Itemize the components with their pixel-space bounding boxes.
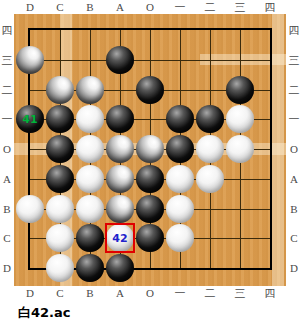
go-problem-viewer: DCBAO一二三四 四三二一OABCD 四三二一OABCD DCBAO一二三四 … [0, 0, 301, 329]
stone-white[interactable] [226, 135, 254, 163]
coordinate-label: 一 [287, 112, 301, 126]
stone-white[interactable] [196, 135, 224, 163]
stone-white[interactable] [106, 195, 134, 223]
coordinate-label: A [110, 0, 130, 14]
coordinate-label: 二 [200, 0, 220, 14]
coordinate-label: 一 [170, 0, 190, 14]
top-coordinate-strip: DCBAO一二三四 [14, 0, 286, 14]
stone-white[interactable] [166, 165, 194, 193]
last-move-marker [105, 223, 135, 253]
stone-white[interactable] [16, 46, 44, 74]
coordinate-label: B [287, 202, 301, 216]
coordinate-label: A [110, 286, 130, 300]
coordinate-label: 三 [230, 0, 250, 14]
stone-white[interactable] [136, 135, 164, 163]
coordinate-label: O [287, 142, 301, 156]
coordinate-label: B [80, 0, 100, 14]
stone-white[interactable] [76, 195, 104, 223]
bottom-coordinate-strip: DCBAO一二三四 [14, 286, 286, 300]
coordinate-label: 三 [287, 53, 301, 67]
stone-black[interactable] [136, 76, 164, 104]
go-board[interactable]: 4142 [14, 14, 286, 286]
coordinate-label: C [287, 231, 301, 245]
stone-white[interactable] [46, 195, 74, 223]
stone-white[interactable] [46, 254, 74, 282]
coordinate-label: 二 [200, 286, 220, 300]
coordinate-label: 三 [230, 286, 250, 300]
stone-white[interactable] [46, 76, 74, 104]
coordinate-label: 一 [170, 286, 190, 300]
coordinate-label: 四 [0, 23, 14, 37]
move-number-label: 41 [22, 114, 37, 125]
coordinate-label: 四 [260, 286, 280, 300]
stone-black[interactable] [106, 46, 134, 74]
stone-white[interactable] [106, 135, 134, 163]
wood-sheen-vertical [272, 14, 284, 286]
coordinate-label: 二 [0, 83, 14, 97]
coordinate-label: O [0, 142, 14, 156]
coordinate-label: C [0, 231, 14, 245]
coordinate-label: D [20, 286, 40, 300]
coordinate-label: A [0, 172, 14, 186]
coordinate-label: C [50, 0, 70, 14]
stone-black[interactable] [106, 254, 134, 282]
stone-black[interactable] [166, 135, 194, 163]
coordinate-label: 四 [287, 23, 301, 37]
stone-white[interactable] [106, 165, 134, 193]
move-caption: 白42.ac [18, 304, 71, 322]
stone-black[interactable] [136, 195, 164, 223]
stone-white[interactable] [196, 165, 224, 193]
left-coordinate-strip: 四三二一OABCD [0, 14, 14, 286]
coordinate-label: 二 [287, 83, 301, 97]
stone-black[interactable] [76, 254, 104, 282]
coordinate-label: D [287, 261, 301, 275]
coordinate-label: O [140, 0, 160, 14]
stone-black[interactable] [136, 165, 164, 193]
coordinate-label: C [50, 286, 70, 300]
stone-white[interactable] [166, 195, 194, 223]
coordinate-label: B [0, 202, 14, 216]
stone-black[interactable] [46, 135, 74, 163]
coordinate-label: O [140, 286, 160, 300]
coordinate-label: 四 [260, 0, 280, 14]
stone-white[interactable] [16, 195, 44, 223]
coordinate-label: D [0, 261, 14, 275]
coordinate-label: 一 [0, 112, 14, 126]
coordinate-label: B [80, 286, 100, 300]
coordinate-label: D [20, 0, 40, 14]
coordinate-label: 三 [0, 53, 14, 67]
stone-black[interactable] [46, 165, 74, 193]
coordinate-label: A [287, 172, 301, 186]
stone-white[interactable] [76, 76, 104, 104]
right-coordinate-strip: 四三二一OABCD [286, 14, 301, 286]
stone-white[interactable] [76, 135, 104, 163]
stone-white[interactable] [76, 165, 104, 193]
stone-black[interactable] [226, 76, 254, 104]
